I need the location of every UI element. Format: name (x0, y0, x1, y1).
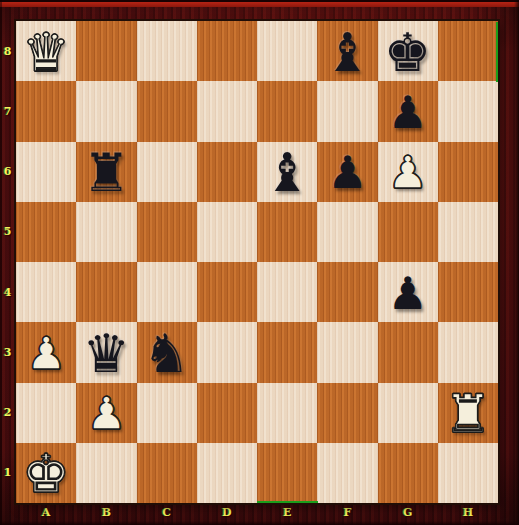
square-a7[interactable] (16, 81, 76, 141)
square-e4[interactable] (257, 262, 317, 322)
square-c1[interactable] (137, 443, 197, 503)
black-pawn[interactable]: ♟ (317, 143, 377, 202)
square-d3[interactable] (197, 322, 257, 382)
square-e8[interactable] (257, 21, 317, 81)
square-f1[interactable] (317, 443, 377, 503)
square-c5[interactable] (137, 202, 197, 262)
rank-label-2: 2 (0, 383, 15, 443)
square-d4[interactable] (197, 262, 257, 322)
square-h5[interactable] (438, 202, 498, 262)
black-knight[interactable]: ♞ (137, 323, 197, 382)
square-a6[interactable] (16, 142, 76, 202)
square-a2[interactable] (16, 383, 76, 443)
square-a3[interactable]: ♟ (16, 322, 76, 382)
square-c7[interactable] (137, 81, 197, 141)
square-g3[interactable] (378, 322, 438, 382)
white-pawn[interactable]: ♟ (76, 384, 136, 443)
square-a1[interactable]: ♚ (16, 443, 76, 503)
black-bishop[interactable]: ♝ (257, 143, 317, 202)
square-a8[interactable]: ♛ (16, 21, 76, 81)
white-queen[interactable]: ♛ (16, 22, 76, 81)
board-frame: 87654321 ABCDEFGH ♛♝♚♟♜♝♟♟♟♟♛♞♟♜♚ (0, 0, 519, 525)
square-a4[interactable] (16, 262, 76, 322)
white-pawn[interactable]: ♟ (16, 323, 76, 382)
square-c4[interactable] (137, 262, 197, 322)
file-label-h: H (438, 506, 498, 519)
highlight-e1-bottom-edge (257, 501, 318, 503)
square-d8[interactable] (197, 21, 257, 81)
square-h4[interactable] (438, 262, 498, 322)
square-c2[interactable] (137, 383, 197, 443)
rank-label-1: 1 (0, 443, 15, 503)
square-h1[interactable] (438, 443, 498, 503)
square-c3[interactable]: ♞ (137, 322, 197, 382)
frame-edge-bottom-shade (0, 521, 519, 525)
square-b7[interactable] (76, 81, 136, 141)
white-pawn[interactable]: ♟ (378, 143, 438, 202)
square-e7[interactable] (257, 81, 317, 141)
square-d7[interactable] (197, 81, 257, 141)
frame-edge-top-highlight (0, 2, 519, 7)
square-e1[interactable] (257, 443, 317, 503)
square-e2[interactable] (257, 383, 317, 443)
black-pawn[interactable]: ♟ (378, 263, 438, 322)
square-g8[interactable]: ♚ (378, 21, 438, 81)
black-bishop[interactable]: ♝ (317, 22, 377, 81)
file-labels: ABCDEFGH (16, 503, 498, 521)
square-c8[interactable] (137, 21, 197, 81)
file-label-d: D (197, 506, 257, 519)
square-g1[interactable] (378, 443, 438, 503)
square-f6[interactable]: ♟ (317, 142, 377, 202)
chess-board[interactable]: ♛♝♚♟♜♝♟♟♟♟♛♞♟♜♚ (16, 21, 498, 503)
black-pawn[interactable]: ♟ (378, 82, 438, 141)
white-rook[interactable]: ♜ (438, 384, 498, 443)
square-f7[interactable] (317, 81, 377, 141)
square-d1[interactable] (197, 443, 257, 503)
square-g4[interactable]: ♟ (378, 262, 438, 322)
rank-label-3: 3 (0, 322, 15, 382)
rank-label-6: 6 (0, 142, 15, 202)
square-b3[interactable]: ♛ (76, 322, 136, 382)
square-b2[interactable]: ♟ (76, 383, 136, 443)
black-rook[interactable]: ♜ (76, 143, 136, 202)
square-a5[interactable] (16, 202, 76, 262)
square-f2[interactable] (317, 383, 377, 443)
file-label-a: A (16, 506, 76, 519)
square-d2[interactable] (197, 383, 257, 443)
rank-label-4: 4 (0, 262, 15, 322)
square-h7[interactable] (438, 81, 498, 141)
square-b1[interactable] (76, 443, 136, 503)
file-label-f: F (317, 506, 377, 519)
black-king[interactable]: ♚ (378, 22, 438, 81)
black-queen[interactable]: ♛ (76, 323, 136, 382)
square-b6[interactable]: ♜ (76, 142, 136, 202)
square-g2[interactable] (378, 383, 438, 443)
file-label-b: B (76, 506, 136, 519)
square-h8[interactable] (438, 21, 498, 81)
square-f4[interactable] (317, 262, 377, 322)
square-e6[interactable]: ♝ (257, 142, 317, 202)
frame-edge-right-shade (514, 0, 519, 525)
square-b5[interactable] (76, 202, 136, 262)
rank-label-7: 7 (0, 81, 15, 141)
file-label-c: C (137, 506, 197, 519)
square-d5[interactable] (197, 202, 257, 262)
square-f3[interactable] (317, 322, 377, 382)
square-d6[interactable] (197, 142, 257, 202)
rank-label-8: 8 (0, 21, 15, 81)
rank-labels: 87654321 (0, 21, 15, 503)
square-g5[interactable] (378, 202, 438, 262)
square-f5[interactable] (317, 202, 377, 262)
highlight-h8-right-edge (496, 22, 498, 82)
square-b4[interactable] (76, 262, 136, 322)
file-label-g: G (378, 506, 438, 519)
square-h3[interactable] (438, 322, 498, 382)
square-f8[interactable]: ♝ (317, 21, 377, 81)
square-h6[interactable] (438, 142, 498, 202)
square-b8[interactable] (76, 21, 136, 81)
square-g7[interactable]: ♟ (378, 81, 438, 141)
square-e5[interactable] (257, 202, 317, 262)
file-label-e: E (257, 506, 317, 519)
square-c6[interactable] (137, 142, 197, 202)
rank-label-5: 5 (0, 202, 15, 262)
square-g6[interactable]: ♟ (378, 142, 438, 202)
square-h2[interactable]: ♜ (438, 383, 498, 443)
square-e3[interactable] (257, 322, 317, 382)
white-king[interactable]: ♚ (16, 444, 76, 503)
